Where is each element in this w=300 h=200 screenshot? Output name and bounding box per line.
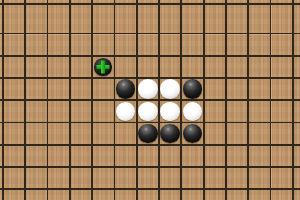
board-cell[interactable] [25,100,47,122]
board-cell[interactable] [137,167,159,189]
cursor-cross-icon [101,60,105,73]
board-cell[interactable] [92,100,114,122]
board-cell[interactable] [248,145,270,167]
board-cell[interactable] [25,122,47,144]
board-cell[interactable] [137,4,159,34]
board-cell[interactable] [271,4,293,34]
board-cell[interactable] [47,100,69,122]
board-cell[interactable] [47,167,69,189]
board-cell[interactable] [204,4,226,34]
white-stone [160,79,180,99]
board-cell[interactable] [114,34,136,56]
board-cell[interactable] [70,100,92,122]
board-cell[interactable] [70,145,92,167]
board-cell[interactable] [92,145,114,167]
board-cell[interactable] [47,122,69,144]
board-cell[interactable] [181,167,203,189]
board-cell[interactable] [92,56,114,78]
board-cell[interactable] [159,167,181,189]
board-cell[interactable] [271,122,293,144]
board-cell[interactable] [248,4,270,34]
board-cell[interactable] [137,100,159,122]
black-stone [160,124,180,144]
board-cell[interactable] [3,145,25,167]
board-cell[interactable] [3,78,25,100]
black-stone [116,79,136,99]
board-cell[interactable] [181,122,203,144]
board-cell[interactable] [92,4,114,34]
board-cell[interactable] [226,167,248,189]
board-cell[interactable] [159,56,181,78]
board-cell[interactable] [248,78,270,100]
board-cell[interactable] [47,78,69,100]
board-cell[interactable] [47,4,69,34]
board-cell[interactable] [137,122,159,144]
board-cell[interactable] [248,34,270,56]
game-screenshot [0,0,300,200]
board-cell[interactable] [159,100,181,122]
board-cell[interactable] [226,56,248,78]
board-cell[interactable] [70,34,92,56]
board-cell[interactable] [226,4,248,34]
board-cell[interactable] [226,100,248,122]
gomoku-board [0,0,300,200]
board-cell[interactable] [159,34,181,56]
board-cell[interactable] [226,78,248,100]
board-cell[interactable] [271,167,293,189]
board-cell[interactable] [204,122,226,144]
white-stone [183,102,203,122]
board-cell[interactable] [204,167,226,189]
board-cell[interactable] [248,122,270,144]
board-cell[interactable] [271,145,293,167]
board-cell[interactable] [70,122,92,144]
black-stone [183,124,203,144]
board-cell[interactable] [181,100,203,122]
board-cell[interactable] [137,34,159,56]
board-cell[interactable] [92,122,114,144]
board-cell[interactable] [114,100,136,122]
board-cell[interactable] [114,167,136,189]
board-cell[interactable] [3,34,25,56]
board-cell[interactable] [3,56,25,78]
board-cell[interactable] [25,78,47,100]
board-cell[interactable] [3,167,25,189]
board-cell[interactable] [25,145,47,167]
board-cell[interactable] [159,122,181,144]
board-cell[interactable] [271,100,293,122]
board-cell[interactable] [181,78,203,100]
board-cell[interactable] [271,78,293,100]
board-cell[interactable] [70,4,92,34]
board-cell[interactable] [204,56,226,78]
board-cell[interactable] [137,145,159,167]
board-cell[interactable] [248,56,270,78]
board-cell[interactable] [226,145,248,167]
board-cell[interactable] [204,78,226,100]
board-cell[interactable] [70,78,92,100]
board-cell[interactable] [3,100,25,122]
board-cell[interactable] [248,167,270,189]
board-cell[interactable] [114,4,136,34]
board-cell[interactable] [137,56,159,78]
board-cell[interactable] [3,4,25,34]
board-cell[interactable] [181,145,203,167]
board-cell[interactable] [159,4,181,34]
board-cell[interactable] [25,167,47,189]
board-cell[interactable] [181,56,203,78]
board-cell[interactable] [204,100,226,122]
board-cell[interactable] [204,34,226,56]
board-cell[interactable] [25,4,47,34]
board-cell[interactable] [47,34,69,56]
board-cell[interactable] [3,122,25,144]
board-cell[interactable] [114,145,136,167]
board-cell[interactable] [181,4,203,34]
board-cell[interactable] [159,78,181,100]
board-cell[interactable] [92,34,114,56]
white-stone [138,102,158,122]
board-cell[interactable] [25,34,47,56]
board-cell[interactable] [159,145,181,167]
board-cell[interactable] [92,167,114,189]
board-cell[interactable] [47,145,69,167]
board-cell[interactable] [226,34,248,56]
board-cell[interactable] [114,78,136,100]
white-stone [138,79,158,99]
white-stone [160,102,180,122]
board-cell[interactable] [204,145,226,167]
board-cell[interactable] [271,56,293,78]
board-cell[interactable] [137,78,159,100]
board-cells-grid [0,0,300,200]
board-cell[interactable] [114,56,136,78]
board-cell[interactable] [271,34,293,56]
board-cell[interactable] [181,34,203,56]
board-cell[interactable] [70,56,92,78]
board-cell[interactable] [114,122,136,144]
white-stone [116,102,136,122]
black-stone [138,124,158,144]
cursor-marker [94,58,112,76]
board-cell[interactable] [226,122,248,144]
board-cell[interactable] [47,56,69,78]
board-cell[interactable] [92,78,114,100]
black-stone [183,79,203,99]
board-cell[interactable] [248,100,270,122]
board-cell[interactable] [70,167,92,189]
board-cell[interactable] [25,56,47,78]
